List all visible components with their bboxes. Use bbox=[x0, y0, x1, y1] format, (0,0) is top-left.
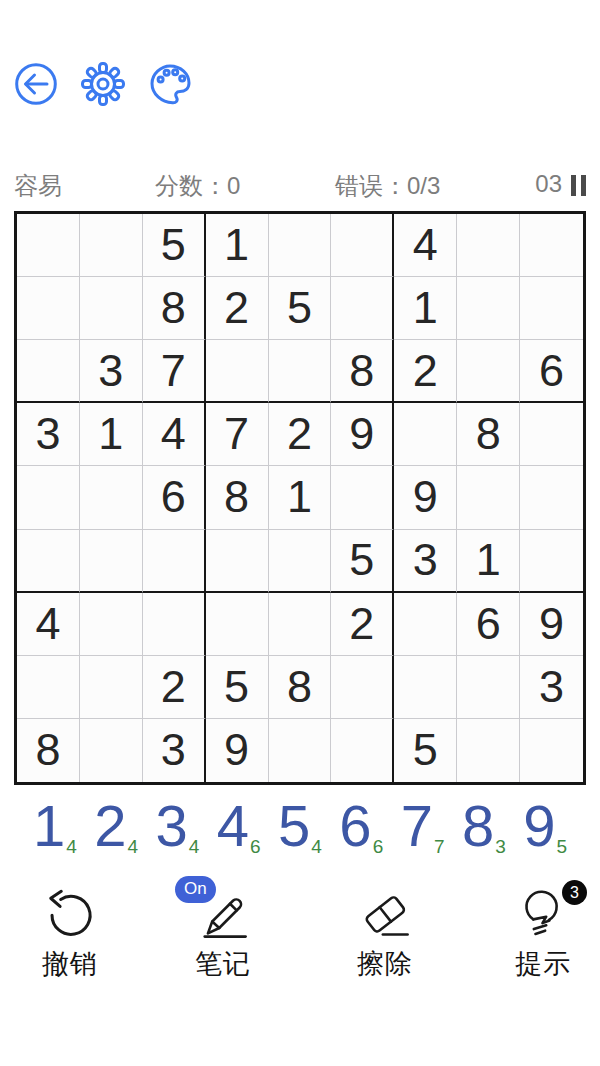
cell-r8c9[interactable]: 3 bbox=[520, 656, 583, 719]
erase-button[interactable]: 擦除 bbox=[323, 886, 447, 982]
cell-r4c2[interactable]: 1 bbox=[80, 403, 143, 466]
cell-r6c7[interactable]: 3 bbox=[394, 530, 457, 593]
cell-r4c1[interactable]: 3 bbox=[17, 403, 80, 466]
cell-r9c7[interactable]: 5 bbox=[394, 719, 457, 782]
numpad-digit-1[interactable]: 14 bbox=[24, 794, 85, 859]
numpad-digit-value: 5 bbox=[278, 794, 310, 859]
score-value: 0 bbox=[227, 172, 240, 199]
cell-r7c2[interactable] bbox=[80, 593, 143, 656]
cell-r5c1[interactable] bbox=[17, 466, 80, 529]
numpad-digit-value: 1 bbox=[33, 794, 65, 859]
pause-icon bbox=[571, 175, 576, 196]
cell-r1c7[interactable]: 4 bbox=[394, 214, 457, 277]
cell-r3c9[interactable]: 6 bbox=[520, 340, 583, 403]
cell-r5c2[interactable] bbox=[80, 466, 143, 529]
palette-icon bbox=[148, 62, 192, 106]
undo-icon bbox=[42, 886, 98, 942]
score-label: 分数：0 bbox=[155, 170, 240, 202]
cell-r3c4[interactable] bbox=[206, 340, 269, 403]
undo-label: 撤销 bbox=[8, 946, 132, 982]
cell-r1c2[interactable] bbox=[80, 214, 143, 277]
sudoku-board: 51482513782631472986819531426925838395 bbox=[14, 211, 586, 785]
cell-r1c4[interactable]: 1 bbox=[206, 214, 269, 277]
numpad-digit-value: 2 bbox=[94, 794, 126, 859]
mistakes-value: 0/3 bbox=[407, 172, 440, 199]
cell-r3c7[interactable]: 2 bbox=[394, 340, 457, 403]
top-icon-bar bbox=[14, 62, 192, 106]
cell-r6c1[interactable] bbox=[17, 530, 80, 593]
numpad-digit-2[interactable]: 24 bbox=[85, 794, 146, 859]
hint-count-badge: 3 bbox=[562, 880, 587, 905]
toolbar: 撤销 On 笔记 bbox=[0, 886, 600, 986]
cell-r6c8[interactable]: 1 bbox=[457, 530, 520, 593]
cell-r9c6[interactable] bbox=[331, 719, 394, 782]
numpad-digit-3[interactable]: 34 bbox=[147, 794, 208, 859]
timer-value: 03 bbox=[535, 170, 562, 198]
cell-r2c2[interactable] bbox=[80, 277, 143, 340]
cell-r7c5[interactable] bbox=[269, 593, 332, 656]
cell-r7c8[interactable]: 6 bbox=[457, 593, 520, 656]
pause-icon bbox=[581, 175, 586, 196]
numpad-digit-9[interactable]: 95 bbox=[515, 794, 576, 859]
numpad-digit-value: 8 bbox=[462, 794, 494, 859]
cell-r7c6[interactable]: 2 bbox=[331, 593, 394, 656]
cell-r1c9[interactable] bbox=[520, 214, 583, 277]
sudoku-app: 容易 分数：0 错误：0/3 03 5148251378263147298681… bbox=[0, 0, 600, 1066]
numpad-digit-value: 4 bbox=[217, 794, 249, 859]
hint-label: 提示 bbox=[481, 946, 600, 982]
gear-icon bbox=[81, 62, 125, 106]
cell-r8c1[interactable] bbox=[17, 656, 80, 719]
difficulty-label: 容易 bbox=[14, 170, 62, 202]
cell-r1c3[interactable]: 5 bbox=[143, 214, 206, 277]
cell-r7c3[interactable] bbox=[143, 593, 206, 656]
numpad-remaining-count: 5 bbox=[557, 837, 568, 856]
cell-r3c5[interactable] bbox=[269, 340, 332, 403]
undo-button[interactable]: 撤销 bbox=[8, 886, 132, 982]
cell-r8c5[interactable]: 8 bbox=[269, 656, 332, 719]
numpad-remaining-count: 6 bbox=[250, 837, 261, 856]
erase-label: 擦除 bbox=[323, 946, 447, 982]
cell-r5c3[interactable]: 6 bbox=[143, 466, 206, 529]
cell-r7c9[interactable]: 9 bbox=[520, 593, 583, 656]
back-button[interactable] bbox=[14, 62, 58, 106]
cell-r5c5[interactable]: 1 bbox=[269, 466, 332, 529]
cell-r4c6[interactable]: 9 bbox=[331, 403, 394, 466]
cell-r8c2[interactable] bbox=[80, 656, 143, 719]
cell-r2c4[interactable]: 2 bbox=[206, 277, 269, 340]
cell-r2c8[interactable] bbox=[457, 277, 520, 340]
cell-r4c8[interactable]: 8 bbox=[457, 403, 520, 466]
cell-r9c2[interactable] bbox=[80, 719, 143, 782]
cell-r3c6[interactable]: 8 bbox=[331, 340, 394, 403]
cell-r2c1[interactable] bbox=[17, 277, 80, 340]
cell-r7c1[interactable]: 4 bbox=[17, 593, 80, 656]
cell-r9c3[interactable]: 3 bbox=[143, 719, 206, 782]
notes-button[interactable]: On 笔记 bbox=[161, 886, 285, 982]
cell-r9c1[interactable]: 8 bbox=[17, 719, 80, 782]
cell-r4c4[interactable]: 7 bbox=[206, 403, 269, 466]
cell-r4c3[interactable]: 4 bbox=[143, 403, 206, 466]
notes-on-badge: On bbox=[175, 876, 216, 903]
cell-r6c4[interactable] bbox=[206, 530, 269, 593]
cell-r8c7[interactable] bbox=[394, 656, 457, 719]
numpad-digit-8[interactable]: 83 bbox=[453, 794, 514, 859]
cell-r5c8[interactable] bbox=[457, 466, 520, 529]
hint-button[interactable]: 3 提示 bbox=[481, 886, 600, 982]
back-icon bbox=[14, 62, 58, 106]
cell-r2c7[interactable]: 1 bbox=[394, 277, 457, 340]
cell-r8c3[interactable]: 2 bbox=[143, 656, 206, 719]
settings-button[interactable] bbox=[81, 62, 125, 106]
theme-button[interactable] bbox=[148, 62, 192, 106]
cell-r1c5[interactable] bbox=[269, 214, 332, 277]
numpad-remaining-count: 7 bbox=[434, 837, 445, 856]
numpad-remaining-count: 4 bbox=[127, 837, 138, 856]
numpad-digit-value: 9 bbox=[523, 794, 555, 859]
cell-r2c9[interactable] bbox=[520, 277, 583, 340]
cell-r9c8[interactable] bbox=[457, 719, 520, 782]
cell-r2c6[interactable] bbox=[331, 277, 394, 340]
cell-r7c4[interactable] bbox=[206, 593, 269, 656]
numpad-digit-value: 7 bbox=[401, 794, 433, 859]
cell-r4c9[interactable] bbox=[520, 403, 583, 466]
cell-r3c2[interactable]: 3 bbox=[80, 340, 143, 403]
cell-r9c9[interactable] bbox=[520, 719, 583, 782]
numpad-digit-value: 3 bbox=[155, 794, 187, 859]
cell-r2c5[interactable]: 5 bbox=[269, 277, 332, 340]
timer: 03 bbox=[535, 170, 586, 198]
cell-r4c7[interactable] bbox=[394, 403, 457, 466]
cell-r3c8[interactable] bbox=[457, 340, 520, 403]
cell-r3c3[interactable]: 7 bbox=[143, 340, 206, 403]
status-bar: 容易 分数：0 错误：0/3 03 bbox=[14, 170, 586, 200]
cell-r6c3[interactable] bbox=[143, 530, 206, 593]
cell-r6c6[interactable]: 5 bbox=[331, 530, 394, 593]
cell-r5c9[interactable] bbox=[520, 466, 583, 529]
numpad-remaining-count: 3 bbox=[495, 837, 506, 856]
cell-r9c4[interactable]: 9 bbox=[206, 719, 269, 782]
cell-r1c6[interactable] bbox=[331, 214, 394, 277]
numpad-remaining-count: 4 bbox=[311, 837, 322, 856]
numpad-digit-5[interactable]: 54 bbox=[269, 794, 330, 859]
cell-r5c6[interactable] bbox=[331, 466, 394, 529]
mistakes-label: 错误：0/3 bbox=[335, 170, 440, 202]
cell-r2c3[interactable]: 8 bbox=[143, 277, 206, 340]
cell-r9c5[interactable] bbox=[269, 719, 332, 782]
numpad-digit-7[interactable]: 77 bbox=[392, 794, 453, 859]
cell-r1c1[interactable] bbox=[17, 214, 80, 277]
cell-r8c4[interactable]: 5 bbox=[206, 656, 269, 719]
notes-label: 笔记 bbox=[161, 946, 285, 982]
numpad-remaining-count: 6 bbox=[373, 837, 384, 856]
cell-r3c1[interactable] bbox=[17, 340, 80, 403]
pause-button[interactable] bbox=[571, 173, 586, 196]
cell-r4c5[interactable]: 2 bbox=[269, 403, 332, 466]
numpad-digit-value: 6 bbox=[339, 794, 371, 859]
cell-r8c6[interactable] bbox=[331, 656, 394, 719]
cell-r5c4[interactable]: 8 bbox=[206, 466, 269, 529]
number-pad: 142434465466778395 bbox=[0, 794, 600, 859]
cell-r7c7[interactable] bbox=[394, 593, 457, 656]
eraser-icon bbox=[357, 886, 413, 942]
cell-r8c8[interactable] bbox=[457, 656, 520, 719]
numpad-digit-4[interactable]: 46 bbox=[208, 794, 269, 859]
numpad-digit-6[interactable]: 66 bbox=[331, 794, 392, 859]
cell-r1c8[interactable] bbox=[457, 214, 520, 277]
cell-r6c5[interactable] bbox=[269, 530, 332, 593]
numpad-remaining-count: 4 bbox=[189, 837, 200, 856]
cell-r6c2[interactable] bbox=[80, 530, 143, 593]
cell-r6c9[interactable] bbox=[520, 530, 583, 593]
numpad-remaining-count: 4 bbox=[66, 837, 77, 856]
cell-r5c7[interactable]: 9 bbox=[394, 466, 457, 529]
